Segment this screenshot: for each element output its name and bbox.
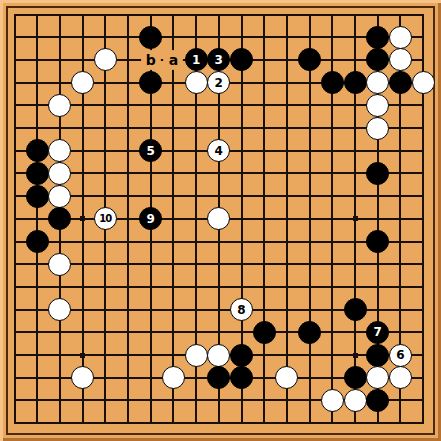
move-number: 1 bbox=[192, 54, 200, 66]
stone-white bbox=[366, 366, 389, 389]
grid-line-vertical bbox=[263, 14, 265, 425]
star-point bbox=[353, 216, 358, 221]
stone-white bbox=[71, 366, 94, 389]
move-number: 10 bbox=[99, 214, 111, 224]
grid-line-horizontal bbox=[14, 263, 425, 265]
stone-black bbox=[230, 366, 253, 389]
stone-black-move-7: 7 bbox=[366, 321, 389, 344]
stone-black bbox=[230, 48, 253, 71]
move-number: 2 bbox=[215, 77, 223, 89]
stone-black-move-9: 9 bbox=[139, 207, 162, 230]
stone-white bbox=[162, 366, 185, 389]
stone-white-move-10: 10 bbox=[94, 207, 117, 230]
go-board: 13254109876ba bbox=[0, 0, 441, 441]
stone-black bbox=[298, 48, 321, 71]
stone-white bbox=[207, 207, 230, 230]
stone-white bbox=[94, 48, 117, 71]
stone-white bbox=[48, 94, 71, 117]
stone-black bbox=[366, 26, 389, 49]
stone-black bbox=[366, 230, 389, 253]
stone-black bbox=[366, 162, 389, 185]
stone-white bbox=[389, 366, 412, 389]
stone-white bbox=[185, 71, 208, 94]
stone-white bbox=[48, 139, 71, 162]
move-number: 4 bbox=[215, 145, 223, 157]
stone-black bbox=[389, 71, 412, 94]
stone-white bbox=[366, 94, 389, 117]
stone-black bbox=[26, 185, 49, 208]
stone-black bbox=[26, 230, 49, 253]
grid-line-horizontal bbox=[14, 241, 425, 243]
stone-black-move-1: 1 bbox=[185, 48, 208, 71]
stone-white bbox=[48, 162, 71, 185]
stone-white-move-6: 6 bbox=[389, 344, 412, 367]
grid-line-vertical bbox=[286, 14, 288, 425]
stone-white-move-8: 8 bbox=[230, 298, 253, 321]
stone-black bbox=[344, 366, 367, 389]
stone-white bbox=[366, 71, 389, 94]
grid-line-vertical bbox=[309, 14, 311, 425]
move-number: 3 bbox=[215, 54, 223, 66]
move-number: 9 bbox=[147, 213, 155, 225]
stone-black bbox=[366, 389, 389, 412]
grid-line-horizontal bbox=[14, 422, 425, 424]
stone-white bbox=[71, 71, 94, 94]
stone-white bbox=[48, 298, 71, 321]
stone-black-move-3: 3 bbox=[207, 48, 230, 71]
stone-black bbox=[48, 207, 71, 230]
stone-black bbox=[366, 48, 389, 71]
stone-white bbox=[185, 344, 208, 367]
grid-line-horizontal bbox=[14, 286, 425, 288]
stone-black bbox=[253, 321, 276, 344]
stone-white bbox=[48, 253, 71, 276]
star-point bbox=[80, 216, 85, 221]
star-point bbox=[80, 353, 85, 358]
move-number: 5 bbox=[147, 145, 155, 157]
stone-white bbox=[207, 344, 230, 367]
stone-white-move-2: 2 bbox=[207, 71, 230, 94]
stone-white-move-4: 4 bbox=[207, 139, 230, 162]
stone-white bbox=[48, 185, 71, 208]
stone-white bbox=[275, 366, 298, 389]
stone-white bbox=[366, 117, 389, 140]
stone-black bbox=[321, 71, 344, 94]
move-number: 6 bbox=[396, 349, 404, 361]
stone-white bbox=[321, 389, 344, 412]
stone-black bbox=[230, 344, 253, 367]
stone-white bbox=[389, 26, 412, 49]
stone-black bbox=[139, 26, 162, 49]
stone-black bbox=[344, 298, 367, 321]
stone-black bbox=[298, 321, 321, 344]
stone-black bbox=[344, 71, 367, 94]
star-point bbox=[353, 353, 358, 358]
stone-black bbox=[207, 366, 230, 389]
stone-white bbox=[412, 71, 435, 94]
grid-line-horizontal bbox=[14, 331, 425, 333]
stone-black-move-5: 5 bbox=[139, 139, 162, 162]
stone-black bbox=[26, 139, 49, 162]
stone-white bbox=[344, 389, 367, 412]
point-label-a: a bbox=[163, 50, 183, 70]
stone-white bbox=[389, 48, 412, 71]
stone-black bbox=[26, 162, 49, 185]
move-number: 8 bbox=[237, 304, 245, 316]
point-label-b: b bbox=[141, 50, 161, 70]
stone-black bbox=[139, 71, 162, 94]
stone-black bbox=[366, 344, 389, 367]
move-number: 7 bbox=[374, 326, 382, 338]
